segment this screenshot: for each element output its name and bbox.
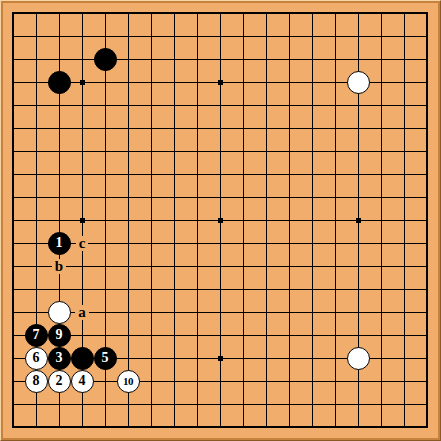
move-number: 2 <box>56 374 63 388</box>
move-number: 8 <box>33 374 40 388</box>
black-stone-move-3: 3 <box>48 347 71 370</box>
white-stone-move-10: 10 <box>117 370 140 393</box>
move-number: 9 <box>56 328 63 342</box>
black-stone <box>48 71 71 94</box>
white-stone <box>347 347 370 370</box>
move-number: 10 <box>123 376 133 387</box>
white-stone-move-2: 2 <box>48 370 71 393</box>
move-number: 6 <box>33 351 40 365</box>
black-stone-move-1: 1 <box>48 232 71 255</box>
move-number: 4 <box>79 374 86 388</box>
point-label-text: a <box>75 305 89 320</box>
white-stone-move-6: 6 <box>25 347 48 370</box>
white-stone <box>48 301 71 324</box>
black-stone-move-7: 7 <box>25 324 48 347</box>
black-stone-move-9: 9 <box>48 324 71 347</box>
black-stone <box>94 48 117 71</box>
white-stone-move-4: 4 <box>71 370 94 393</box>
move-number: 5 <box>102 351 109 365</box>
point-label-text: c <box>76 236 89 251</box>
point-label-b: b <box>48 255 71 278</box>
move-number: 1 <box>56 236 63 250</box>
point-label-text: b <box>52 259 66 274</box>
black-stone <box>71 347 94 370</box>
stones-grid: 17963582410abc <box>3 3 438 438</box>
move-number: 3 <box>56 351 63 365</box>
point-label-a: a <box>71 301 94 324</box>
white-stone <box>347 71 370 94</box>
black-stone-move-5: 5 <box>94 347 117 370</box>
go-board: 17963582410abc <box>3 3 438 438</box>
go-board-frame: 17963582410abc <box>0 0 441 441</box>
point-label-c: c <box>71 232 94 255</box>
white-stone-move-8: 8 <box>25 370 48 393</box>
move-number: 7 <box>33 328 40 342</box>
